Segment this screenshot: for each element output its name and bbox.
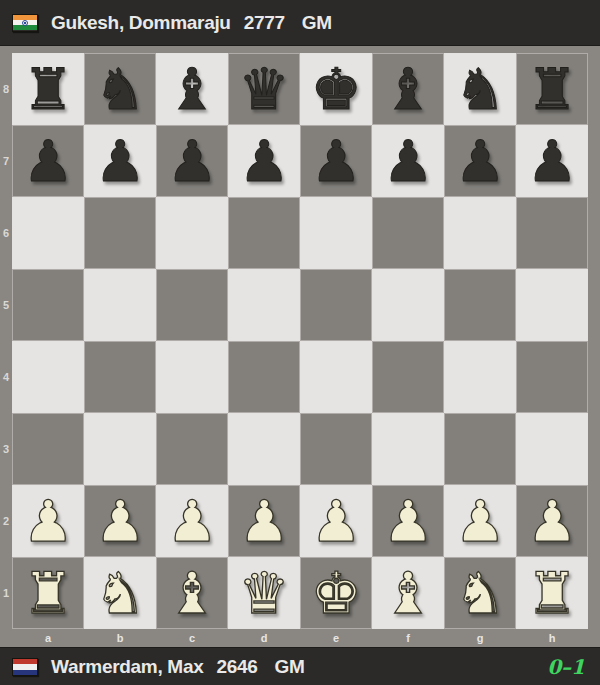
file-label-f: f	[372, 632, 444, 644]
square-c7[interactable]: ♟	[156, 125, 228, 197]
square-e4[interactable]	[300, 341, 372, 413]
india-flag-icon	[12, 14, 38, 32]
square-b1[interactable]: ♞	[84, 557, 156, 629]
piece-bn-b8[interactable]: ♞	[94, 53, 145, 125]
piece-bp-b7[interactable]: ♟	[94, 125, 145, 197]
piece-wp-b2[interactable]: ♟	[94, 485, 145, 557]
piece-bp-a7[interactable]: ♟	[22, 125, 73, 197]
piece-bp-g7[interactable]: ♟	[454, 125, 505, 197]
piece-wq-d1[interactable]: ♛	[238, 557, 289, 629]
square-f4[interactable]	[372, 341, 444, 413]
square-d7[interactable]: ♟	[228, 125, 300, 197]
rank-label-5: 5	[0, 269, 12, 341]
bottom-player-info: Warmerdam, Max 2646 GM	[51, 656, 305, 678]
rank-label-3: 3	[0, 413, 12, 485]
square-b2[interactable]: ♟	[84, 485, 156, 557]
square-g7[interactable]: ♟	[444, 125, 516, 197]
square-f1[interactable]: ♝	[372, 557, 444, 629]
square-f3[interactable]	[372, 413, 444, 485]
piece-wn-b1[interactable]: ♞	[94, 557, 145, 629]
piece-wr-a1[interactable]: ♜	[22, 557, 73, 629]
piece-bp-e7[interactable]: ♟	[310, 125, 361, 197]
square-c1[interactable]: ♝	[156, 557, 228, 629]
file-label-a: a	[12, 632, 84, 644]
piece-bb-f8[interactable]: ♝	[382, 53, 433, 125]
piece-wr-h1[interactable]: ♜	[526, 557, 577, 629]
rank-label-8: 8	[0, 53, 12, 125]
chess-app-window: Gukesh, Dommaraju 2777 GM 87654321 ♜♞♝♛♚…	[0, 0, 600, 685]
bottom-player-title: GM	[275, 656, 305, 678]
square-h6[interactable]	[516, 197, 588, 269]
piece-bq-d8[interactable]: ♛	[238, 53, 289, 125]
square-h2[interactable]: ♟	[516, 485, 588, 557]
rank-label-4: 4	[0, 341, 12, 413]
square-e7[interactable]: ♟	[300, 125, 372, 197]
square-b3[interactable]	[84, 413, 156, 485]
square-c5[interactable]	[156, 269, 228, 341]
piece-wk-e1[interactable]: ♚	[310, 557, 361, 629]
piece-wp-e2[interactable]: ♟	[310, 485, 361, 557]
piece-bp-h7[interactable]: ♟	[526, 125, 577, 197]
board[interactable]: ♜♞♝♛♚♝♞♜♟♟♟♟♟♟♟♟♟♟♟♟♟♟♟♟♜♞♝♛♚♝♞♜	[12, 53, 588, 629]
square-g4[interactable]	[444, 341, 516, 413]
piece-wp-c2[interactable]: ♟	[166, 485, 217, 557]
file-label-h: h	[516, 632, 588, 644]
piece-wp-f2[interactable]: ♟	[382, 485, 433, 557]
square-e1[interactable]: ♚	[300, 557, 372, 629]
file-labels: abcdefgh	[0, 629, 600, 647]
piece-wn-g1[interactable]: ♞	[454, 557, 505, 629]
top-player-rating: 2777	[244, 12, 285, 34]
game-result: 0–1	[547, 655, 585, 679]
piece-wp-h2[interactable]: ♟	[526, 485, 577, 557]
square-f2[interactable]: ♟	[372, 485, 444, 557]
square-c8[interactable]: ♝	[156, 53, 228, 125]
board-frame: 87654321 ♜♞♝♛♚♝♞♜♟♟♟♟♟♟♟♟♟♟♟♟♟♟♟♟♜♞♝♛♚♝♞…	[0, 46, 600, 647]
ashoka-chakra-icon	[22, 20, 28, 26]
square-a2[interactable]: ♟	[12, 485, 84, 557]
square-a6[interactable]	[12, 197, 84, 269]
square-g2[interactable]: ♟	[444, 485, 516, 557]
square-f8[interactable]: ♝	[372, 53, 444, 125]
rank-labels: 87654321	[0, 53, 12, 629]
square-h3[interactable]	[516, 413, 588, 485]
square-f5[interactable]	[372, 269, 444, 341]
piece-wp-d2[interactable]: ♟	[238, 485, 289, 557]
rank-label-6: 6	[0, 197, 12, 269]
square-h4[interactable]	[516, 341, 588, 413]
square-b7[interactable]: ♟	[84, 125, 156, 197]
square-g3[interactable]	[444, 413, 516, 485]
square-a4[interactable]	[12, 341, 84, 413]
square-b8[interactable]: ♞	[84, 53, 156, 125]
square-h8[interactable]: ♜	[516, 53, 588, 125]
square-a7[interactable]: ♟	[12, 125, 84, 197]
file-label-g: g	[444, 632, 516, 644]
square-b4[interactable]	[84, 341, 156, 413]
square-b5[interactable]	[84, 269, 156, 341]
piece-wb-c1[interactable]: ♝	[166, 557, 217, 629]
top-player-title: GM	[302, 12, 332, 34]
square-e5[interactable]	[300, 269, 372, 341]
square-c3[interactable]	[156, 413, 228, 485]
square-g5[interactable]	[444, 269, 516, 341]
piece-bb-c8[interactable]: ♝	[166, 53, 217, 125]
square-a8[interactable]: ♜	[12, 53, 84, 125]
square-d4[interactable]	[228, 341, 300, 413]
top-player-name: Gukesh, Dommaraju	[51, 12, 231, 34]
square-d6[interactable]	[228, 197, 300, 269]
square-d2[interactable]: ♟	[228, 485, 300, 557]
square-a5[interactable]	[12, 269, 84, 341]
piece-br-h8[interactable]: ♜	[526, 53, 577, 125]
square-e3[interactable]	[300, 413, 372, 485]
piece-wb-f1[interactable]: ♝	[382, 557, 433, 629]
square-a3[interactable]	[12, 413, 84, 485]
board-frame-top	[0, 46, 600, 53]
square-g8[interactable]: ♞	[444, 53, 516, 125]
bottom-player-name: Warmerdam, Max	[51, 656, 203, 678]
piece-br-a8[interactable]: ♜	[22, 53, 73, 125]
piece-bk-e8[interactable]: ♚	[310, 53, 361, 125]
square-h1[interactable]: ♜	[516, 557, 588, 629]
top-player-info: Gukesh, Dommaraju 2777 GM	[51, 12, 332, 34]
piece-bn-g8[interactable]: ♞	[454, 53, 505, 125]
square-c4[interactable]	[156, 341, 228, 413]
square-f7[interactable]: ♟	[372, 125, 444, 197]
bottom-player-rating: 2646	[216, 656, 257, 678]
piece-bp-f7[interactable]: ♟	[382, 125, 433, 197]
square-h7[interactable]: ♟	[516, 125, 588, 197]
square-e6[interactable]	[300, 197, 372, 269]
square-g6[interactable]	[444, 197, 516, 269]
square-h5[interactable]	[516, 269, 588, 341]
bottom-player-bar: Warmerdam, Max 2646 GM 0–1	[0, 647, 600, 685]
board-frame-right	[588, 53, 600, 629]
square-c2[interactable]: ♟	[156, 485, 228, 557]
square-e8[interactable]: ♚	[300, 53, 372, 125]
square-d8[interactable]: ♛	[228, 53, 300, 125]
piece-wp-g2[interactable]: ♟	[454, 485, 505, 557]
file-label-b: b	[84, 632, 156, 644]
square-c6[interactable]	[156, 197, 228, 269]
square-e2[interactable]: ♟	[300, 485, 372, 557]
square-d1[interactable]: ♛	[228, 557, 300, 629]
file-label-d: d	[228, 632, 300, 644]
square-f6[interactable]	[372, 197, 444, 269]
square-d3[interactable]	[228, 413, 300, 485]
netherlands-flag-icon	[12, 658, 38, 676]
square-g1[interactable]: ♞	[444, 557, 516, 629]
piece-bp-d7[interactable]: ♟	[238, 125, 289, 197]
rank-label-7: 7	[0, 125, 12, 197]
rank-label-2: 2	[0, 485, 12, 557]
square-a1[interactable]: ♜	[12, 557, 84, 629]
file-label-e: e	[300, 632, 372, 644]
top-player-bar: Gukesh, Dommaraju 2777 GM	[0, 0, 600, 46]
piece-bp-c7[interactable]: ♟	[166, 125, 217, 197]
piece-wp-a2[interactable]: ♟	[22, 485, 73, 557]
file-label-c: c	[156, 632, 228, 644]
square-d5[interactable]	[228, 269, 300, 341]
rank-label-1: 1	[0, 557, 12, 629]
square-b6[interactable]	[84, 197, 156, 269]
